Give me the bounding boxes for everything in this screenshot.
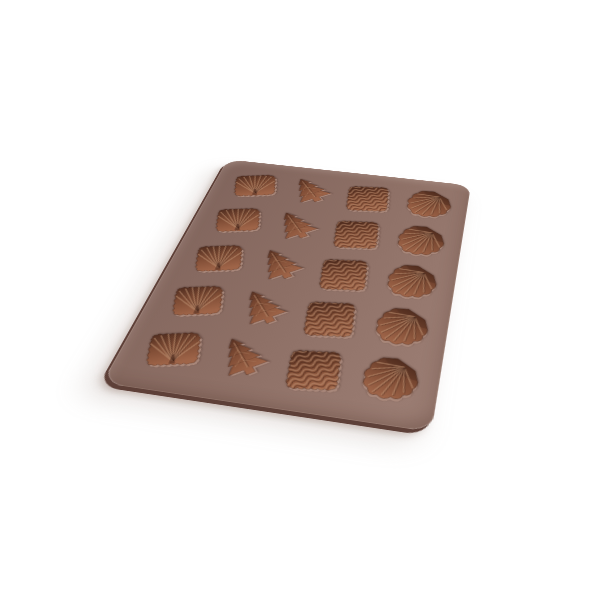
mold-grid [102, 159, 471, 432]
product-photo [0, 0, 600, 600]
mold-cavity-scallop-shell [342, 349, 428, 415]
silicone-mold [102, 159, 471, 432]
